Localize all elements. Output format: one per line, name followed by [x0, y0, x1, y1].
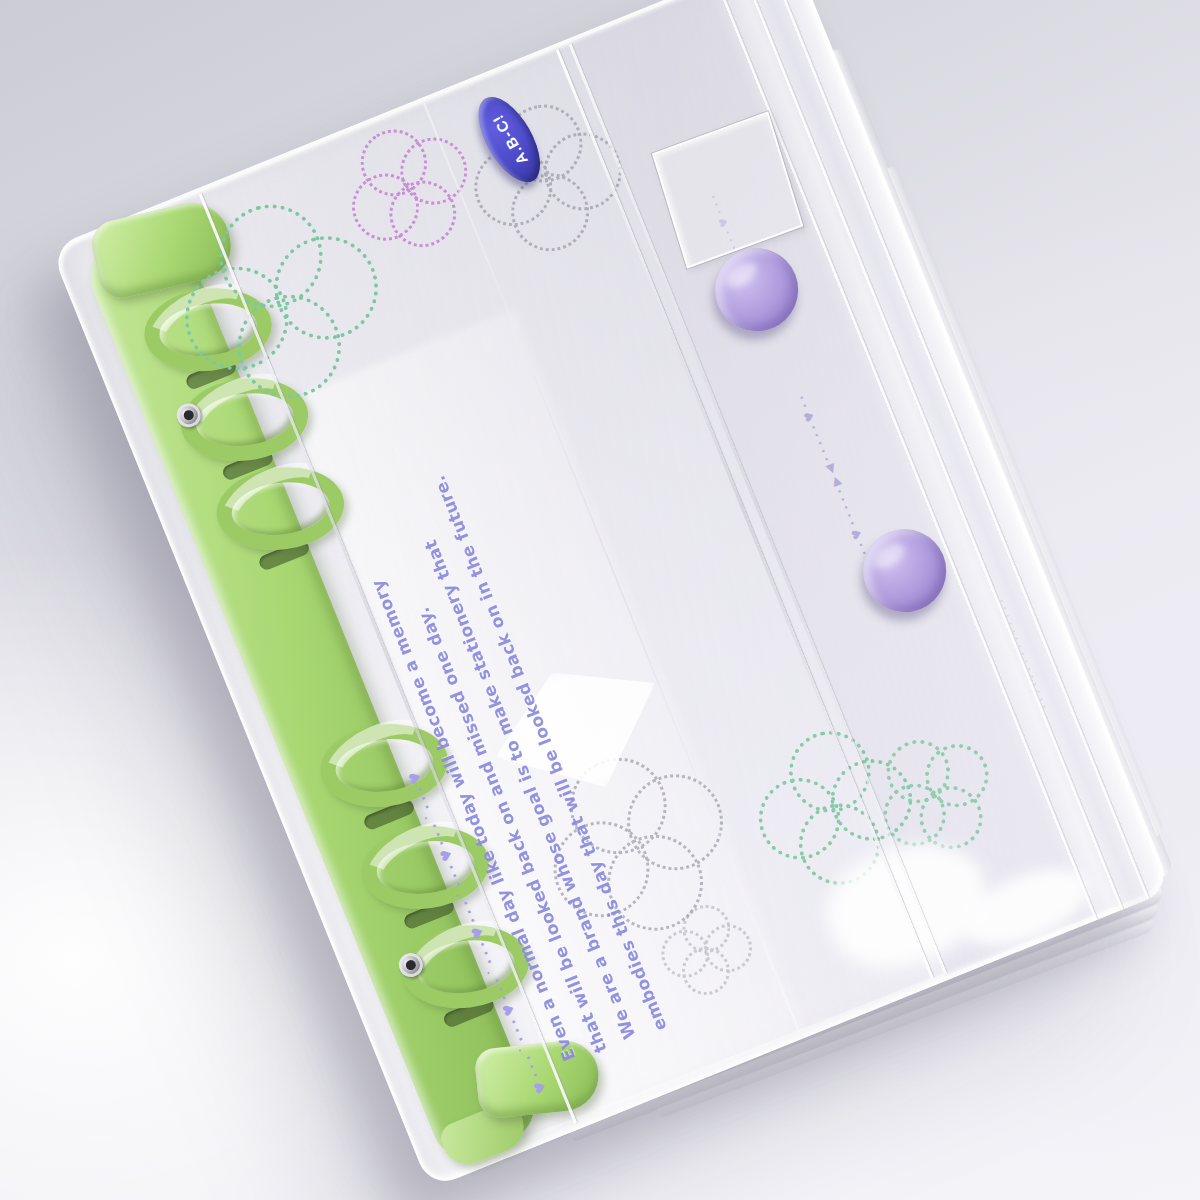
photo-stage: Even a normal day like today will become…	[0, 0, 1200, 1200]
clover-pattern-gray	[660, 903, 755, 998]
clover-petal	[681, 947, 730, 996]
binder: Even a normal day like today will become…	[50, 0, 1172, 1189]
